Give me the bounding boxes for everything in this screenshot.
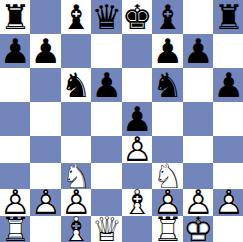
square-b5[interactable] bbox=[30, 102, 60, 136]
white-queen-outline-glyph: ♕ bbox=[91, 216, 121, 242]
square-g5[interactable] bbox=[183, 102, 213, 136]
square-g8[interactable] bbox=[183, 0, 213, 34]
square-h4[interactable] bbox=[213, 136, 243, 163]
square-e4[interactable]: ♟♙ bbox=[122, 136, 152, 163]
white-pawn-outline-glyph: ♙ bbox=[30, 189, 60, 216]
square-d4[interactable] bbox=[91, 136, 121, 163]
black-pawn-icon[interactable]: ♟ bbox=[91, 68, 121, 102]
square-g6[interactable] bbox=[183, 68, 213, 102]
white-queen-icon[interactable]: ♛♕ bbox=[91, 216, 121, 242]
square-c8[interactable]: ♝ bbox=[61, 0, 91, 34]
square-c5[interactable] bbox=[61, 102, 91, 136]
square-c1[interactable]: ♝♗ bbox=[61, 216, 91, 242]
square-d7[interactable] bbox=[91, 34, 121, 68]
square-f7[interactable]: ♟ bbox=[152, 34, 182, 68]
white-rook-icon[interactable]: ♜♖ bbox=[0, 216, 30, 242]
white-rook-icon[interactable]: ♜♖ bbox=[152, 216, 182, 242]
white-pawn-icon[interactable]: ♟♙ bbox=[213, 189, 243, 216]
square-d3[interactable] bbox=[91, 163, 121, 190]
square-a6[interactable] bbox=[0, 68, 30, 102]
square-e1[interactable] bbox=[122, 216, 152, 242]
black-queen-icon[interactable]: ♛ bbox=[91, 0, 121, 34]
white-pawn-outline-glyph: ♙ bbox=[122, 136, 152, 163]
square-f1[interactable]: ♜♖ bbox=[152, 216, 182, 242]
square-h7[interactable] bbox=[213, 34, 243, 68]
white-pawn-outline-glyph: ♙ bbox=[213, 189, 243, 216]
square-f6[interactable]: ♞ bbox=[152, 68, 182, 102]
square-e6[interactable] bbox=[122, 68, 152, 102]
square-e7[interactable] bbox=[122, 34, 152, 68]
white-bishop-outline-glyph: ♗ bbox=[122, 189, 152, 216]
square-e2[interactable]: ♝♗ bbox=[122, 189, 152, 216]
black-rook-icon[interactable]: ♜ bbox=[213, 0, 243, 34]
white-bishop-icon[interactable]: ♝♗ bbox=[122, 189, 152, 216]
square-a7[interactable]: ♟ bbox=[0, 34, 30, 68]
chess-board: ♜♝♛♚♝♜♟♟♟♟♞♟♞♟♟♟♙♞♘♞♘♟♙♟♙♟♙♝♗♟♙♟♙♟♙♜♖♝♗♛… bbox=[0, 0, 242, 242]
square-h6[interactable]: ♟ bbox=[213, 68, 243, 102]
square-b7[interactable]: ♟ bbox=[30, 34, 60, 68]
square-h5[interactable] bbox=[213, 102, 243, 136]
white-bishop-outline-glyph: ♗ bbox=[61, 216, 91, 242]
square-b2[interactable]: ♟♙ bbox=[30, 189, 60, 216]
black-bishop-icon[interactable]: ♝ bbox=[61, 0, 91, 34]
square-d1[interactable]: ♛♕ bbox=[91, 216, 121, 242]
black-pawn-icon[interactable]: ♟ bbox=[183, 34, 213, 68]
square-d8[interactable]: ♛ bbox=[91, 0, 121, 34]
square-b8[interactable] bbox=[30, 0, 60, 34]
square-g7[interactable]: ♟ bbox=[183, 34, 213, 68]
square-d5[interactable] bbox=[91, 102, 121, 136]
white-pawn-icon[interactable]: ♟♙ bbox=[30, 189, 60, 216]
black-pawn-icon[interactable]: ♟ bbox=[30, 34, 60, 68]
white-king-icon[interactable]: ♚♔ bbox=[183, 216, 213, 242]
black-bishop-icon[interactable]: ♝ bbox=[152, 0, 182, 34]
black-pawn-icon[interactable]: ♟ bbox=[213, 68, 243, 102]
square-b1[interactable] bbox=[30, 216, 60, 242]
square-a4[interactable] bbox=[0, 136, 30, 163]
black-knight-icon[interactable]: ♞ bbox=[152, 68, 182, 102]
square-g4[interactable] bbox=[183, 136, 213, 163]
square-f5[interactable] bbox=[152, 102, 182, 136]
black-pawn-icon[interactable]: ♟ bbox=[152, 34, 182, 68]
white-bishop-icon[interactable]: ♝♗ bbox=[61, 216, 91, 242]
white-king-outline-glyph: ♔ bbox=[183, 216, 213, 242]
square-g1[interactable]: ♚♔ bbox=[183, 216, 213, 242]
square-d6[interactable]: ♟ bbox=[91, 68, 121, 102]
black-knight-icon[interactable]: ♞ bbox=[61, 68, 91, 102]
square-c6[interactable]: ♞ bbox=[61, 68, 91, 102]
square-a8[interactable]: ♜ bbox=[0, 0, 30, 34]
black-rook-icon[interactable]: ♜ bbox=[0, 0, 30, 34]
white-rook-outline-glyph: ♖ bbox=[0, 216, 30, 242]
square-c7[interactable] bbox=[61, 34, 91, 68]
black-king-icon[interactable]: ♚ bbox=[122, 0, 152, 34]
square-h1[interactable] bbox=[213, 216, 243, 242]
black-pawn-icon[interactable]: ♟ bbox=[0, 34, 30, 68]
square-f8[interactable]: ♝ bbox=[152, 0, 182, 34]
white-pawn-icon[interactable]: ♟♙ bbox=[122, 136, 152, 163]
square-a1[interactable]: ♜♖ bbox=[0, 216, 30, 242]
square-h2[interactable]: ♟♙ bbox=[213, 189, 243, 216]
white-rook-outline-glyph: ♖ bbox=[152, 216, 182, 242]
square-e8[interactable]: ♚ bbox=[122, 0, 152, 34]
square-h8[interactable]: ♜ bbox=[213, 0, 243, 34]
square-a5[interactable] bbox=[0, 102, 30, 136]
square-b4[interactable] bbox=[30, 136, 60, 163]
square-b6[interactable] bbox=[30, 68, 60, 102]
